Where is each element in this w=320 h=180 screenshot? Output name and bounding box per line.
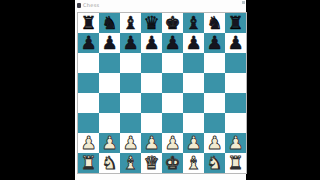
square-d3[interactable]: [141, 113, 162, 133]
square-g1[interactable]: ♞: [204, 153, 225, 173]
piece-black-bishop[interactable]: ♝: [120, 13, 141, 33]
piece-black-rook[interactable]: ♜: [78, 13, 99, 33]
square-a5[interactable]: [78, 73, 99, 93]
piece-black-pawn[interactable]: ♟: [78, 33, 99, 53]
piece-white-rook[interactable]: ♜: [225, 153, 246, 173]
chess-app-window: Chess ♜♞♝♛♚♝♞♜♟♟♟♟♟♟♟♟♟♟♟♟♟♟♟♟♜♞♝♛♚♝♞♜: [75, 0, 246, 180]
square-h4[interactable]: [225, 93, 246, 113]
square-g7[interactable]: ♟: [204, 33, 225, 53]
piece-black-pawn[interactable]: ♟: [141, 33, 162, 53]
piece-black-pawn[interactable]: ♟: [99, 33, 120, 53]
square-c3[interactable]: [120, 113, 141, 133]
square-h6[interactable]: [225, 53, 246, 73]
square-f3[interactable]: [183, 113, 204, 133]
window-control-icon[interactable]: [242, 1, 245, 4]
piece-white-pawn[interactable]: ♟: [225, 133, 246, 153]
square-d5[interactable]: [141, 73, 162, 93]
square-h7[interactable]: ♟: [225, 33, 246, 53]
square-a7[interactable]: ♟: [78, 33, 99, 53]
square-f4[interactable]: [183, 93, 204, 113]
square-b3[interactable]: [99, 113, 120, 133]
square-g8[interactable]: ♞: [204, 13, 225, 33]
square-d1[interactable]: ♛: [141, 153, 162, 173]
square-b2[interactable]: ♟: [99, 133, 120, 153]
piece-white-pawn[interactable]: ♟: [162, 133, 183, 153]
square-h5[interactable]: [225, 73, 246, 93]
square-h2[interactable]: ♟: [225, 133, 246, 153]
piece-black-pawn[interactable]: ♟: [162, 33, 183, 53]
square-h1[interactable]: ♜: [225, 153, 246, 173]
square-c2[interactable]: ♟: [120, 133, 141, 153]
square-c6[interactable]: [120, 53, 141, 73]
square-c7[interactable]: ♟: [120, 33, 141, 53]
piece-black-pawn[interactable]: ♟: [183, 33, 204, 53]
square-e2[interactable]: ♟: [162, 133, 183, 153]
square-a4[interactable]: [78, 93, 99, 113]
square-e5[interactable]: [162, 73, 183, 93]
square-c1[interactable]: ♝: [120, 153, 141, 173]
square-h8[interactable]: ♜: [225, 13, 246, 33]
square-e3[interactable]: [162, 113, 183, 133]
piece-black-rook[interactable]: ♜: [225, 13, 246, 33]
piece-white-bishop[interactable]: ♝: [120, 153, 141, 173]
square-a3[interactable]: [78, 113, 99, 133]
piece-black-bishop[interactable]: ♝: [183, 13, 204, 33]
letterbox-left: [0, 0, 75, 180]
square-b1[interactable]: ♞: [99, 153, 120, 173]
square-f7[interactable]: ♟: [183, 33, 204, 53]
piece-black-king[interactable]: ♚: [162, 13, 183, 33]
square-g2[interactable]: ♟: [204, 133, 225, 153]
square-c8[interactable]: ♝: [120, 13, 141, 33]
piece-white-queen[interactable]: ♛: [141, 153, 162, 173]
piece-black-queen[interactable]: ♛: [141, 13, 162, 33]
square-a6[interactable]: [78, 53, 99, 73]
window-title: Chess: [83, 2, 99, 8]
piece-black-pawn[interactable]: ♟: [225, 33, 246, 53]
square-d2[interactable]: ♟: [141, 133, 162, 153]
square-d7[interactable]: ♟: [141, 33, 162, 53]
piece-white-knight[interactable]: ♞: [99, 153, 120, 173]
square-b6[interactable]: [99, 53, 120, 73]
piece-white-pawn[interactable]: ♟: [141, 133, 162, 153]
square-f2[interactable]: ♟: [183, 133, 204, 153]
square-e1[interactable]: ♚: [162, 153, 183, 173]
square-g6[interactable]: [204, 53, 225, 73]
chess-board: ♜♞♝♛♚♝♞♜♟♟♟♟♟♟♟♟♟♟♟♟♟♟♟♟♜♞♝♛♚♝♞♜: [78, 13, 246, 173]
square-f5[interactable]: [183, 73, 204, 93]
square-b8[interactable]: ♞: [99, 13, 120, 33]
square-a1[interactable]: ♜: [78, 153, 99, 173]
piece-white-pawn[interactable]: ♟: [120, 133, 141, 153]
piece-white-pawn[interactable]: ♟: [99, 133, 120, 153]
square-e7[interactable]: ♟: [162, 33, 183, 53]
square-d8[interactable]: ♛: [141, 13, 162, 33]
square-f1[interactable]: ♝: [183, 153, 204, 173]
square-e6[interactable]: [162, 53, 183, 73]
square-f6[interactable]: [183, 53, 204, 73]
square-d4[interactable]: [141, 93, 162, 113]
letterbox-right: [246, 0, 320, 180]
piece-white-knight[interactable]: ♞: [204, 153, 225, 173]
square-g5[interactable]: [204, 73, 225, 93]
piece-black-knight[interactable]: ♞: [99, 13, 120, 33]
square-g3[interactable]: [204, 113, 225, 133]
piece-white-rook[interactable]: ♜: [78, 153, 99, 173]
square-e8[interactable]: ♚: [162, 13, 183, 33]
piece-black-pawn[interactable]: ♟: [204, 33, 225, 53]
square-e4[interactable]: [162, 93, 183, 113]
square-b4[interactable]: [99, 93, 120, 113]
square-f8[interactable]: ♝: [183, 13, 204, 33]
chess-app-icon: [77, 3, 81, 8]
square-c4[interactable]: [120, 93, 141, 113]
piece-white-pawn[interactable]: ♟: [78, 133, 99, 153]
square-a8[interactable]: ♜: [78, 13, 99, 33]
piece-white-king[interactable]: ♚: [162, 153, 183, 173]
piece-white-pawn[interactable]: ♟: [204, 133, 225, 153]
square-d6[interactable]: [141, 53, 162, 73]
square-g4[interactable]: [204, 93, 225, 113]
square-c5[interactable]: [120, 73, 141, 93]
square-a2[interactable]: ♟: [78, 133, 99, 153]
square-b5[interactable]: [99, 73, 120, 93]
piece-white-pawn[interactable]: ♟: [183, 133, 204, 153]
piece-black-pawn[interactable]: ♟: [120, 33, 141, 53]
piece-black-knight[interactable]: ♞: [204, 13, 225, 33]
square-h3[interactable]: [225, 113, 246, 133]
square-b7[interactable]: ♟: [99, 33, 120, 53]
piece-white-bishop[interactable]: ♝: [183, 153, 204, 173]
window-titlebar: Chess: [75, 0, 246, 10]
